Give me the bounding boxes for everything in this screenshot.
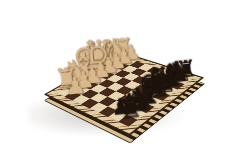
piece-wP[interactable]: ♟ <box>106 50 127 73</box>
chess-set-photo: ♜♞♝♚♛♝♞♜♟♟♟♟♟♟♟♟♟♟♟♟♟♟♟♟♜♞♝♚♛♝♞♜ <box>0 0 240 150</box>
board-stack: ♜♞♝♚♛♝♞♜♟♟♟♟♟♟♟♟♟♟♟♟♟♟♟♟♜♞♝♚♛♝♞♜ <box>61 23 186 148</box>
piece-wR[interactable]: ♜ <box>111 34 136 61</box>
square[interactable] <box>107 75 123 83</box>
square[interactable]: ♜ <box>113 56 128 63</box>
square[interactable]: ♜ <box>118 115 137 126</box>
square[interactable] <box>99 79 116 87</box>
square[interactable]: ♟ <box>121 59 136 66</box>
square[interactable]: ♟ <box>114 63 129 70</box>
piece-bR[interactable]: ♜ <box>118 95 145 124</box>
board-perspective-wrapper: ♜♞♝♚♛♝♞♜♟♟♟♟♟♟♟♟♟♟♟♟♟♟♟♟♜♞♝♚♛♝♞♜ <box>61 23 186 148</box>
square[interactable]: ♝ <box>99 64 114 71</box>
piece-wN[interactable]: ♞ <box>100 33 131 66</box>
piece-wB[interactable]: ♝ <box>91 35 124 71</box>
piece-wP[interactable]: ♟ <box>114 45 135 68</box>
piece-wP[interactable]: ♟ <box>63 73 87 99</box>
square[interactable]: ♟ <box>106 67 122 74</box>
square[interactable]: ♟ <box>99 72 115 80</box>
piece-wP[interactable]: ♟ <box>98 54 120 78</box>
square[interactable]: ♞ <box>106 60 121 67</box>
square[interactable] <box>115 70 131 78</box>
